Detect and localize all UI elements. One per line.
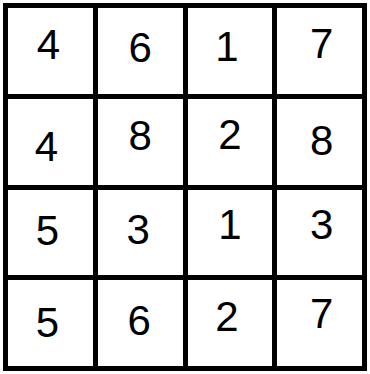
cell-digit: 2 xyxy=(215,296,238,338)
cell-digit: 7 xyxy=(310,23,333,65)
cell-digit: 6 xyxy=(128,27,151,69)
grid-cell-r4c2: 6 xyxy=(98,280,183,366)
grid-cell-r1c1: 4 xyxy=(8,8,93,94)
cell-digit: 6 xyxy=(127,300,150,342)
number-grid-board: 4617482853135627 xyxy=(3,3,367,371)
cell-digit: 2 xyxy=(218,114,241,156)
grid-cell-r2c4: 8 xyxy=(277,99,362,185)
cell-digit: 3 xyxy=(126,209,149,251)
cell-digit: 4 xyxy=(35,126,58,168)
grid-cell-r1c4: 7 xyxy=(277,8,362,94)
grid-cell-r3c3: 1 xyxy=(188,190,273,276)
cell-digit: 1 xyxy=(215,26,238,68)
cell-digit: 1 xyxy=(218,204,241,246)
cell-digit: 5 xyxy=(36,210,59,252)
grid-cell-r4c1: 5 xyxy=(8,280,93,366)
grid-cell-r3c1: 5 xyxy=(8,190,93,276)
cell-digit: 8 xyxy=(128,115,151,157)
grid-cell-r1c2: 6 xyxy=(98,8,183,94)
cell-digit: 4 xyxy=(37,24,60,66)
grid-cell-r2c1: 4 xyxy=(8,99,93,185)
puzzle-stage: 4617482853135627 xyxy=(0,0,370,374)
cell-digit: 7 xyxy=(310,293,333,335)
grid-cell-r2c2: 8 xyxy=(98,99,183,185)
grid-cell-r1c3: 1 xyxy=(188,8,273,94)
cell-digit: 5 xyxy=(36,302,59,344)
cell-digit: 8 xyxy=(310,120,333,162)
grid-cell-r3c4: 3 xyxy=(277,190,362,276)
grid-cell-r4c4: 7 xyxy=(277,280,362,366)
cell-digit: 3 xyxy=(310,204,333,246)
grid-cell-r2c3: 2 xyxy=(188,99,273,185)
grid-cell-r3c2: 3 xyxy=(98,190,183,276)
grid-cell-r4c3: 2 xyxy=(188,280,273,366)
